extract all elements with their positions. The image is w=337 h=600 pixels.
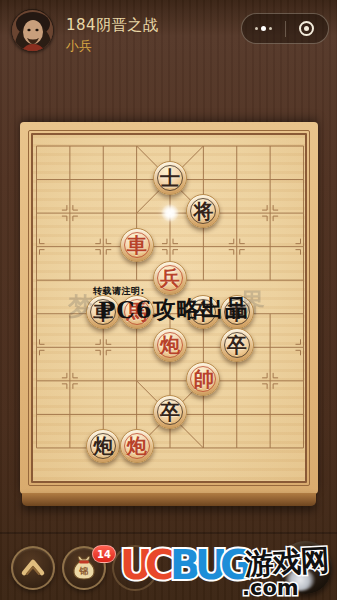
piece-glyph: 将 <box>193 201 213 221</box>
piece-black-士[interactable]: 士 <box>153 161 187 195</box>
app-screen: 184阴晋之战 小兵 士将車兵車馬卒車炮卒帥卒炮炮 梦 界 转载请注明: PC6… <box>0 0 337 600</box>
watermark-brand: PC6攻略出品 <box>98 292 249 326</box>
board-3d-edge <box>22 493 316 506</box>
piece-glyph: 炮 <box>93 436 113 456</box>
piece-red-炮[interactable]: 炮 <box>120 429 154 463</box>
circle-dot-icon <box>299 21 314 36</box>
plank-divider <box>0 532 337 534</box>
miniprogram-capsule <box>241 13 329 44</box>
piece-glyph: 車 <box>127 235 147 255</box>
faint-watermark-left: 梦 <box>68 290 93 323</box>
header: 184阴晋之战 小兵 <box>0 0 337 60</box>
piece-black-卒[interactable]: 卒 <box>220 328 254 362</box>
piece-red-兵[interactable]: 兵 <box>153 261 187 295</box>
dark-stone-button[interactable] <box>279 541 332 594</box>
close-button[interactable] <box>286 14 329 43</box>
piece-glyph: 卒 <box>160 402 180 422</box>
piece-black-炮[interactable]: 炮 <box>86 429 120 463</box>
player-avatar[interactable] <box>11 9 54 52</box>
piece-red-車[interactable]: 車 <box>120 228 154 262</box>
piece-glyph: 炮 <box>127 436 147 456</box>
hint-button[interactable] <box>112 545 158 591</box>
piece-glyph: 帥 <box>193 369 213 389</box>
piece-glyph: 兵 <box>160 268 180 288</box>
level-title: 184阴晋之战 <box>66 16 158 35</box>
piece-red-帥[interactable]: 帥 <box>186 362 220 396</box>
more-button[interactable] <box>242 14 285 43</box>
more-dots-icon <box>255 26 272 31</box>
chevron-up-icon <box>20 557 46 579</box>
piece-glyph: 士 <box>160 168 180 188</box>
level-subtitle: 小兵 <box>66 37 92 55</box>
avatar-portrait-icon <box>12 10 54 52</box>
piece-glyph: 卒 <box>227 335 247 355</box>
collapse-up-button[interactable] <box>11 546 55 590</box>
badge-count: 14 <box>92 545 116 563</box>
piece-glyph: 炮 <box>160 335 180 355</box>
svg-text:锦: 锦 <box>79 566 89 576</box>
